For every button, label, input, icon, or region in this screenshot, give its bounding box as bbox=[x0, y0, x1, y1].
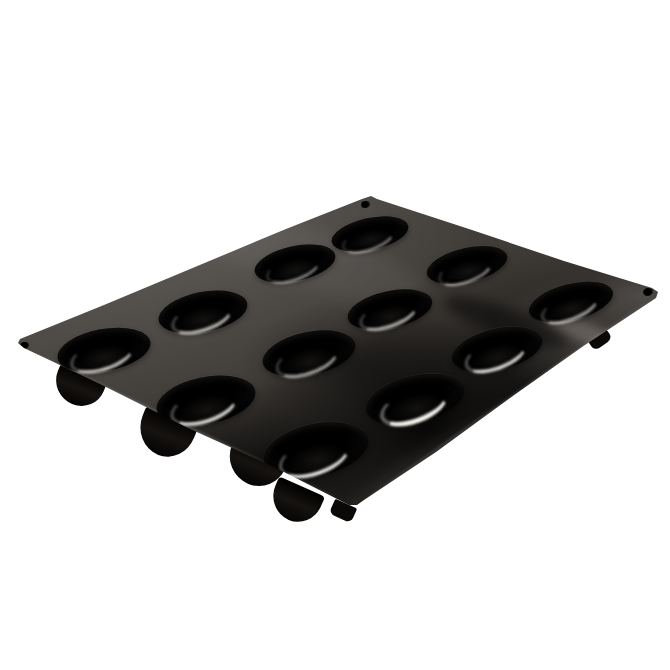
mould-cavity-r3c1 bbox=[155, 284, 251, 340]
mould-cavity-r1c2 bbox=[423, 239, 511, 291]
cavity-highlight bbox=[356, 292, 422, 338]
corner-hole bbox=[642, 287, 653, 297]
mould-cavity-r3c3 bbox=[361, 365, 469, 433]
cavity-highlight bbox=[375, 378, 452, 434]
mould-cavity-r3c2 bbox=[259, 322, 360, 384]
mould-tray bbox=[0, 0, 670, 670]
corner-hole bbox=[360, 200, 370, 209]
corner-hole bbox=[19, 341, 29, 350]
cavity-highlight bbox=[167, 295, 236, 342]
cavity-highlight bbox=[273, 428, 354, 486]
cavity-highlight bbox=[271, 334, 343, 384]
cavity-highlight bbox=[434, 249, 496, 292]
product-photo bbox=[0, 0, 670, 670]
cavity-highlight bbox=[460, 330, 530, 380]
